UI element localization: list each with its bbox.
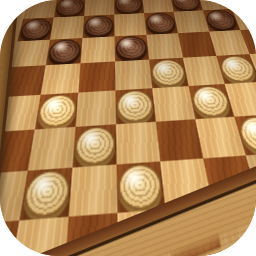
dark-man-b6[interactable]: ⛂	[47, 39, 81, 64]
square-c4[interactable]	[76, 90, 116, 126]
square-c3[interactable]: ⛀	[72, 124, 116, 167]
square-c2[interactable]	[69, 164, 118, 216]
light-man-g5[interactable]: ⛀	[218, 55, 256, 83]
light-man-c3[interactable]: ⛀	[74, 126, 115, 166]
light-man-b4[interactable]: ⛀	[36, 94, 77, 128]
dark-man-d8[interactable]: ⛂	[115, 0, 143, 14]
square-b8[interactable]: ⛂	[54, 0, 86, 17]
light-man-d2[interactable]: ⛀	[118, 163, 163, 211]
light-man-b2[interactable]: ⛀	[21, 169, 71, 218]
square-b6[interactable]: ⛂	[46, 38, 83, 65]
square-e7[interactable]: ⛂	[144, 12, 178, 35]
dark-man-c7[interactable]: ⛂	[84, 15, 114, 37]
square-d6[interactable]: ⛂	[115, 35, 150, 62]
dark-man-e7[interactable]: ⛂	[145, 12, 177, 33]
square-d7[interactable]	[114, 13, 146, 36]
square-b7[interactable]	[50, 16, 84, 40]
square-c6[interactable]	[81, 36, 115, 63]
square-h8[interactable]: ⛂	[225, 0, 256, 9]
square-e6[interactable]	[146, 33, 182, 59]
square-a7[interactable]: ⛂	[17, 17, 54, 41]
square-b5[interactable]	[41, 63, 81, 94]
square-c8[interactable]	[84, 0, 114, 16]
dark-man-d6[interactable]: ⛂	[116, 36, 148, 61]
checkers-app-icon[interactable]: ⛂⛂⛂⛂⛂⛂⛂⛂⛂⛂⛀⛀⛀⛀⛀⛀⛀⛀⛀⛀	[0, 0, 256, 256]
square-e5[interactable]: ⛀	[149, 58, 189, 89]
dark-man-f8[interactable]: ⛂	[171, 0, 202, 11]
dark-man-h8[interactable]: ⛂	[226, 0, 256, 8]
square-a6[interactable]	[10, 40, 50, 67]
dark-man-b8[interactable]: ⛂	[55, 0, 85, 17]
square-d3[interactable]	[116, 122, 160, 165]
square-a8[interactable]	[23, 0, 57, 19]
square-c7[interactable]: ⛂	[82, 15, 114, 39]
square-d5[interactable]	[115, 60, 152, 91]
square-b3[interactable]	[28, 127, 76, 171]
dark-man-a7[interactable]: ⛂	[19, 18, 53, 40]
square-b2[interactable]: ⛀	[19, 168, 72, 221]
square-d4[interactable]: ⛀	[115, 88, 155, 124]
square-b4[interactable]: ⛀	[35, 93, 79, 130]
light-man-d4[interactable]: ⛀	[117, 89, 155, 123]
square-c5[interactable]	[78, 61, 115, 92]
light-man-e5[interactable]: ⛀	[150, 59, 187, 87]
